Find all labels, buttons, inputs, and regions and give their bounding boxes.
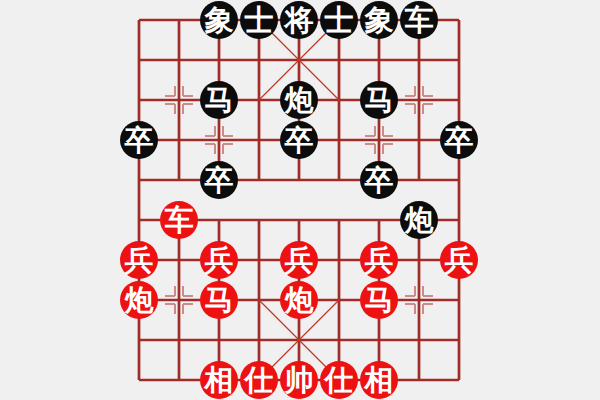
xiangqi-board-area: 象士将士象车马炮马卒卒卒卒卒炮车兵兵兵兵兵炮马炮马相仕帅仕相 xyxy=(0,0,600,400)
piece-black-elephant[interactable]: 象 xyxy=(200,1,238,39)
piece-red-horse[interactable]: 马 xyxy=(200,281,238,319)
piece-red-soldier[interactable]: 兵 xyxy=(360,241,398,279)
piece-red-advisor[interactable]: 仕 xyxy=(320,361,358,399)
piece-black-cannon[interactable]: 炮 xyxy=(400,201,438,239)
piece-red-elephant[interactable]: 相 xyxy=(200,361,238,399)
piece-black-chariot[interactable]: 车 xyxy=(400,1,438,39)
piece-black-soldier[interactable]: 卒 xyxy=(120,121,158,159)
piece-red-soldier[interactable]: 兵 xyxy=(280,241,318,279)
pieces-layer[interactable]: 象士将士象车马炮马卒卒卒卒卒炮车兵兵兵兵兵炮马炮马相仕帅仕相 xyxy=(119,0,479,400)
piece-red-general[interactable]: 帅 xyxy=(280,361,318,399)
piece-red-elephant[interactable]: 相 xyxy=(360,361,398,399)
piece-black-soldier[interactable]: 卒 xyxy=(440,121,478,159)
piece-red-horse[interactable]: 马 xyxy=(360,281,398,319)
piece-black-advisor[interactable]: 士 xyxy=(320,1,358,39)
piece-red-cannon[interactable]: 炮 xyxy=(280,281,318,319)
piece-red-soldier[interactable]: 兵 xyxy=(200,241,238,279)
piece-black-soldier[interactable]: 卒 xyxy=(280,121,318,159)
piece-black-cannon[interactable]: 炮 xyxy=(280,81,318,119)
piece-black-horse[interactable]: 马 xyxy=(200,81,238,119)
piece-red-soldier[interactable]: 兵 xyxy=(120,241,158,279)
piece-black-advisor[interactable]: 士 xyxy=(240,1,278,39)
piece-black-elephant[interactable]: 象 xyxy=(360,1,398,39)
piece-red-cannon[interactable]: 炮 xyxy=(120,281,158,319)
piece-black-soldier[interactable]: 卒 xyxy=(360,161,398,199)
piece-black-soldier[interactable]: 卒 xyxy=(200,161,238,199)
piece-red-chariot[interactable]: 车 xyxy=(160,201,198,239)
piece-red-soldier[interactable]: 兵 xyxy=(440,241,478,279)
piece-black-general[interactable]: 将 xyxy=(280,1,318,39)
piece-red-advisor[interactable]: 仕 xyxy=(240,361,278,399)
piece-black-horse[interactable]: 马 xyxy=(360,81,398,119)
